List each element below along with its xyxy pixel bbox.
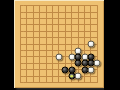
- board-grid[interactable]: [17, 3, 100, 86]
- letterbox-stage: [0, 0, 120, 90]
- letterbox-left: [0, 0, 14, 90]
- intersection[interactable]: [88, 41, 94, 47]
- last-move-marker: [71, 75, 74, 78]
- white-stone: [75, 73, 82, 80]
- white-stone: [87, 66, 94, 73]
- intersection[interactable]: [94, 60, 100, 66]
- white-stone: [55, 53, 62, 60]
- go-board[interactable]: [14, 0, 104, 88]
- intersection[interactable]: [75, 73, 81, 79]
- intersection[interactable]: [94, 79, 100, 85]
- white-stone: [94, 60, 101, 67]
- intersection[interactable]: [88, 67, 94, 73]
- white-stone: [87, 41, 94, 48]
- intersection[interactable]: [56, 54, 62, 60]
- letterbox-right: [104, 0, 120, 90]
